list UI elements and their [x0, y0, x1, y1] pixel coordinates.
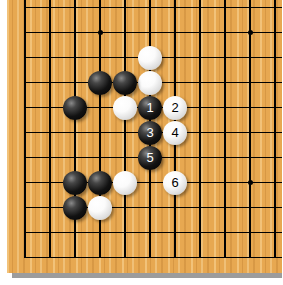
- stone-black-D4[interactable]: [88, 171, 112, 195]
- stone-white-D3[interactable]: [88, 196, 112, 220]
- stone-white-G4[interactable]: 6: [163, 171, 187, 195]
- star-point-K4: [248, 180, 253, 185]
- stone-white-F9[interactable]: [138, 46, 162, 70]
- stone-white-E4[interactable]: [113, 171, 137, 195]
- stone-white-F8[interactable]: [138, 71, 162, 95]
- stone-black-C7[interactable]: [63, 96, 87, 120]
- stone-black-F6[interactable]: 3: [138, 121, 162, 145]
- stone-black-C4[interactable]: [63, 171, 87, 195]
- go-board[interactable]: 123456: [7, 0, 282, 273]
- stone-white-E7[interactable]: [113, 96, 137, 120]
- stone-black-F7[interactable]: 1: [138, 96, 162, 120]
- stone-black-E8[interactable]: [113, 71, 137, 95]
- stone-black-D8[interactable]: [88, 71, 112, 95]
- stone-white-G6[interactable]: 4: [163, 121, 187, 145]
- intersection-grid: 123456: [13, 0, 283, 270]
- stone-white-G7[interactable]: 2: [163, 96, 187, 120]
- stone-black-F5[interactable]: 5: [138, 146, 162, 170]
- page: 123456: [0, 0, 282, 285]
- star-point-D10: [98, 30, 103, 35]
- board-shadow: [12, 273, 282, 278]
- star-point-K10: [248, 30, 253, 35]
- stone-black-C3[interactable]: [63, 196, 87, 220]
